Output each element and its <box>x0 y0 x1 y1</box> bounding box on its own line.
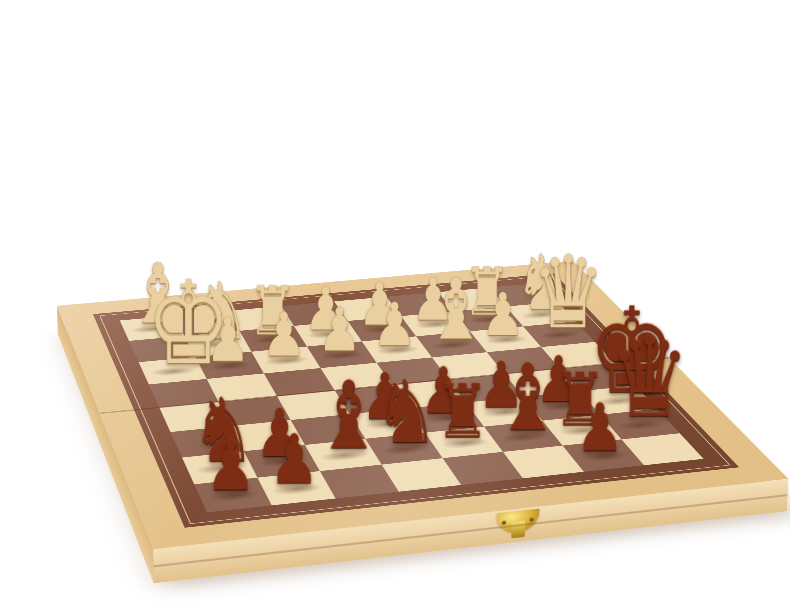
black-bishop-glyph: ♝ <box>314 369 365 463</box>
black-pawn-glyph: ♟ <box>574 395 626 461</box>
chess-board: ♝♞♜♟♟♟♜♞♚♟♟♟♟♝♟♛♟♟♟♟♚♞♟♝♞♜♝♜♛♟♟♟ <box>57 261 789 550</box>
piece-shadow <box>496 430 551 444</box>
black-pawn-glyph: ♟ <box>267 425 320 493</box>
piece-shadow <box>316 448 372 463</box>
piece-shadow <box>376 442 431 457</box>
black-pawn-glyph: ♟ <box>204 432 257 500</box>
clasp-hook-icon <box>512 520 526 538</box>
black-bishop-glyph: ♝ <box>494 352 545 444</box>
black-rook-glyph: ♜ <box>435 375 486 449</box>
piece-black-bishop[interactable]: ♝ <box>484 421 563 452</box>
brass-clasp <box>490 508 546 541</box>
